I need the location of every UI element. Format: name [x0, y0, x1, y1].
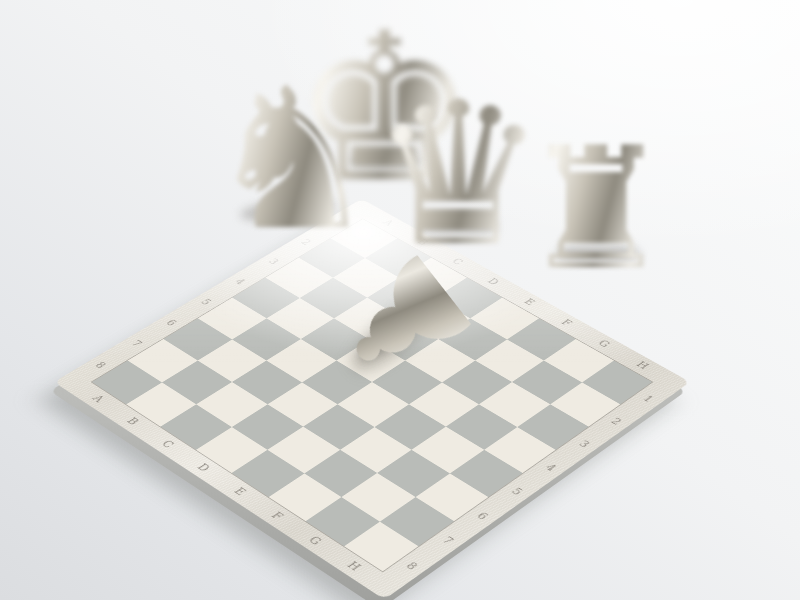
photo-stage: ABCDEFGH ABCDEFGH 12345678 12345678 ♞ ♚ …: [0, 0, 800, 600]
rook-piece: ♜: [520, 125, 672, 293]
